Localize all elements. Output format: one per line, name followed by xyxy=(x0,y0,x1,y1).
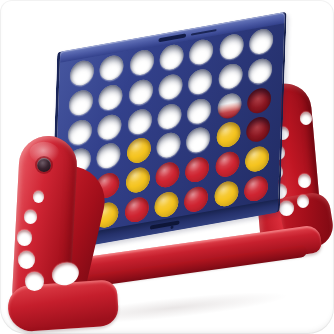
right-support-hole xyxy=(279,201,294,216)
disc-red: ● xyxy=(185,155,209,184)
empty-hole xyxy=(218,62,242,91)
right-support-hole xyxy=(297,195,309,208)
empty-hole xyxy=(159,43,183,72)
empty-hole xyxy=(186,126,210,155)
left-support-hole xyxy=(24,210,37,224)
empty-hole xyxy=(100,54,124,83)
right-support-hole xyxy=(298,174,311,188)
empty-hole xyxy=(156,131,180,160)
connect-four-photo: ●●●●●●●●●●●●●● xyxy=(0,0,334,334)
empty-hole xyxy=(158,73,182,102)
disc-red: ● xyxy=(215,150,239,179)
empty-hole xyxy=(157,102,181,131)
empty-hole xyxy=(248,57,272,86)
empty-hole xyxy=(219,33,243,62)
disc-yellow: ● xyxy=(126,136,150,165)
empty-hole xyxy=(246,115,270,144)
empty-hole xyxy=(187,97,211,126)
disc-red: ● xyxy=(155,160,179,189)
empty-hole xyxy=(189,38,213,67)
empty-hole xyxy=(130,49,154,78)
left-support-hole xyxy=(17,230,32,246)
empty-hole xyxy=(98,112,122,141)
empty-hole xyxy=(249,28,273,57)
bottom-slider-slot[interactable] xyxy=(150,220,180,229)
empty-hole xyxy=(217,91,241,120)
empty-hole xyxy=(188,67,212,96)
empty-hole xyxy=(68,118,92,147)
empty-hole xyxy=(247,86,271,115)
pivot-cap-icon xyxy=(37,158,51,172)
empty-hole xyxy=(128,78,152,107)
disc-red: ● xyxy=(184,185,208,214)
right-support-hole xyxy=(300,112,312,125)
empty-hole xyxy=(97,142,121,171)
empty-hole xyxy=(69,88,93,117)
empty-hole xyxy=(127,107,151,136)
left-support-hole xyxy=(25,272,44,291)
left-support-hole xyxy=(18,251,35,269)
empty-hole xyxy=(99,83,123,112)
disc-red: ● xyxy=(124,195,148,224)
left-support-hole xyxy=(33,191,44,203)
empty-hole xyxy=(70,59,94,88)
disc-yellow: ● xyxy=(245,145,269,174)
disc-yellow: ● xyxy=(214,179,238,208)
rail-dot xyxy=(170,226,173,230)
left-support-foot xyxy=(7,279,120,333)
disc-yellow: ● xyxy=(216,121,240,150)
disc-red: ● xyxy=(244,174,268,203)
disc-yellow: ● xyxy=(154,190,178,219)
disc-yellow: ● xyxy=(125,166,149,195)
